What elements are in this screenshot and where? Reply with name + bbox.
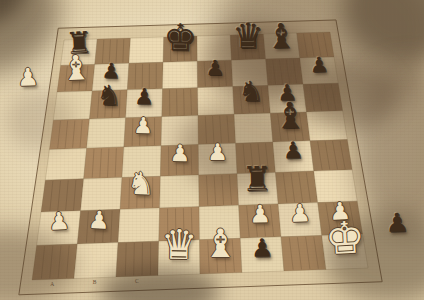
piece-black-pawn: ♟ — [385, 209, 409, 236]
piece-white-bishop: ♝ — [60, 50, 92, 86]
piece-white-pawn: ♟ — [289, 201, 311, 226]
pieces-layer: ♜♚♛♝♝♟♟♟♞♟♞♟♟♝♟♟♟♞♜♟♟♟♟♟♛♝♟♚♟♟ — [0, 0, 424, 300]
piece-white-bishop: ♝ — [203, 225, 238, 264]
piece-white-pawn: ♟ — [48, 209, 71, 234]
piece-white-pawn: ♟ — [133, 115, 153, 138]
piece-black-pawn: ♟ — [309, 54, 329, 76]
piece-black-knight: ♞ — [239, 78, 265, 106]
piece-black-queen: ♛ — [232, 19, 264, 55]
piece-white-king: ♚ — [324, 215, 366, 261]
piece-black-pawn: ♟ — [282, 138, 303, 162]
piece-white-pawn: ♟ — [249, 202, 271, 226]
piece-black-pawn: ♟ — [205, 58, 224, 79]
piece-white-pawn: ♟ — [169, 142, 190, 165]
piece-white-knight: ♞ — [126, 168, 155, 200]
piece-black-knight: ♞ — [95, 82, 122, 111]
piece-white-pawn: ♟ — [17, 65, 39, 90]
piece-black-bishop: ♝ — [273, 98, 307, 135]
piece-black-bishop: ♝ — [266, 18, 298, 53]
piece-white-queen: ♛ — [160, 224, 197, 266]
piece-black-pawn: ♟ — [250, 235, 273, 260]
piece-black-king: ♚ — [163, 19, 197, 57]
illustration-canvas: ABC ♜♚♛♝♝♟♟♟♞♟♞♟♟♝♟♟♟♞♜♟♟♟♟♟♛♝♟♚♟♟ — [0, 0, 424, 300]
piece-white-pawn: ♟ — [207, 141, 228, 164]
piece-black-pawn: ♟ — [134, 86, 154, 109]
piece-white-pawn: ♟ — [88, 207, 111, 232]
piece-black-rook: ♜ — [242, 161, 273, 196]
